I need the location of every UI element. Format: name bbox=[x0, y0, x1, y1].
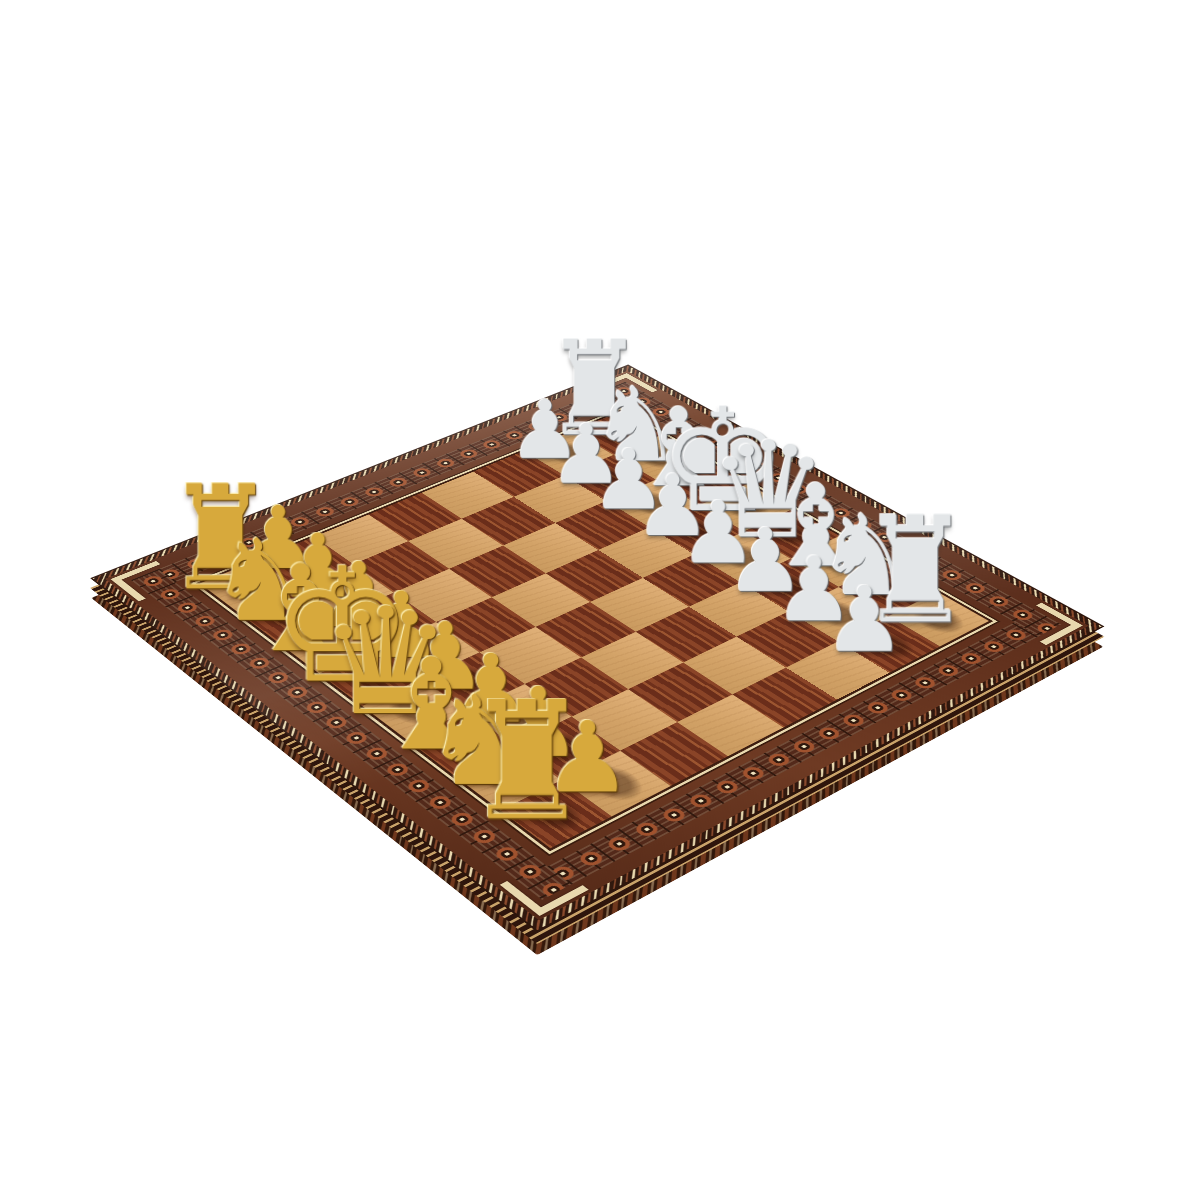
corner-inlay-right bbox=[1005, 603, 1083, 646]
piece-gold-rook[interactable]: ♜ bbox=[465, 698, 589, 829]
corner-inlay-bottom bbox=[500, 859, 589, 916]
piece-silver-pawn[interactable]: ♟ bbox=[824, 584, 905, 657]
photo-background: ♜♞♝♚♛♝♞♜♟♟♟♟♟♟♟♟♟♟♟♟♟♟♟♟♜♞♝♚♛♝♞♜ bbox=[0, 0, 1180, 1180]
chessboard: ♜♞♝♚♛♝♞♜♟♟♟♟♟♟♟♟♟♟♟♟♟♟♟♟♜♞♝♚♛♝♞♜ bbox=[90, 365, 1105, 933]
